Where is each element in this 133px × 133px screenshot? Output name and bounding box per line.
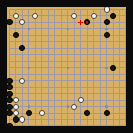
- black-stone: ●: [7, 97, 13, 103]
- white-stone: ○: [104, 7, 110, 13]
- white-stone: ○: [13, 104, 19, 110]
- white-stone: ○: [91, 13, 97, 19]
- black-stone: ●: [104, 110, 110, 116]
- star-point: [28, 67, 30, 69]
- go-board-frame: ○○○○○●●○●●●●●●●○●●●○○●○○●○●○●●●○●: [0, 0, 133, 133]
- black-stone: ●: [7, 110, 13, 116]
- white-stone: ○: [78, 97, 84, 103]
- star-point: [67, 105, 69, 107]
- black-stone: ●: [110, 65, 116, 71]
- black-stone: ●: [7, 104, 13, 110]
- black-stone: ●: [7, 84, 13, 90]
- black-stone: ●: [7, 123, 13, 126]
- red-cross-marker: [80, 20, 81, 25]
- white-stone: ○: [71, 104, 77, 110]
- star-point: [105, 28, 107, 30]
- black-stone: ●: [7, 78, 13, 84]
- white-stone: ○: [13, 13, 19, 19]
- go-board[interactable]: ○○○○○●●○●●●●●●●○●●●○○●○○●○●○●●●○●: [7, 7, 126, 126]
- white-stone: ○: [13, 110, 19, 116]
- black-stone: ●: [13, 116, 19, 122]
- star-point: [28, 105, 30, 107]
- star-point: [105, 67, 107, 69]
- star-point: [105, 105, 107, 107]
- black-stone: ●: [7, 91, 13, 97]
- white-stone: ○: [39, 110, 45, 116]
- black-stone: ●: [110, 13, 116, 19]
- star-point: [67, 67, 69, 69]
- star-point: [28, 28, 30, 30]
- star-point: [67, 28, 69, 30]
- black-stone: ●: [26, 110, 32, 116]
